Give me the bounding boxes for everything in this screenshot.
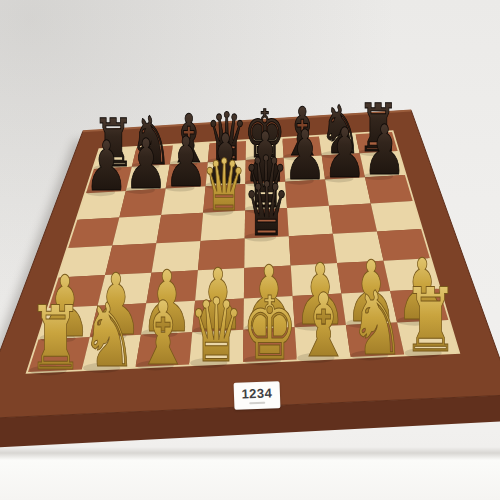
piece-white-bishop-c1: ♝ [135,281,191,384]
square-h5 [371,201,421,231]
piece-white-bishop-f1: ♝ [296,274,352,377]
piece-white-queen-d6: ♛ [202,143,247,227]
square-g5 [329,204,377,234]
piece-black-pawn-b7: ♟ [124,124,167,204]
piece-black-queen-e5: ♛ [243,166,290,253]
piece-white-rook-a1: ♜ [28,286,84,389]
square-c5 [156,213,203,244]
piece-black-pawn-a7: ♟ [85,127,128,207]
piece-black-pawn-h7: ♟ [363,111,406,191]
piece-white-king-e1: ♚ [242,276,298,379]
piece-white-knight-g1: ♞ [349,271,405,374]
square-f5 [287,206,333,236]
auction-photo: ♜♞♝♛♚♝♞♜♟♟♟♟♟♟♟♟♛♛♛♟♟♟♟♟♟♟♟♜♞♝♛♚♝♞♜ 1234 [0,0,500,500]
piece-black-pawn-g7: ♟ [323,113,366,193]
lot-number-text: 1234 [241,386,272,400]
piece-white-rook-h1: ♜ [403,269,459,372]
square-b5 [112,215,161,246]
chess-board-photo: ♜♞♝♛♚♝♞♜♟♟♟♟♟♟♟♟♛♛♛♟♟♟♟♟♟♟♟♜♞♝♛♚♝♞♜ [0,0,500,500]
piece-white-queen-d1: ♛ [188,279,244,382]
piece-white-knight-b1: ♞ [81,284,137,387]
sticker-fine-print [249,402,265,405]
lot-number-sticker: 1234 [234,381,281,410]
